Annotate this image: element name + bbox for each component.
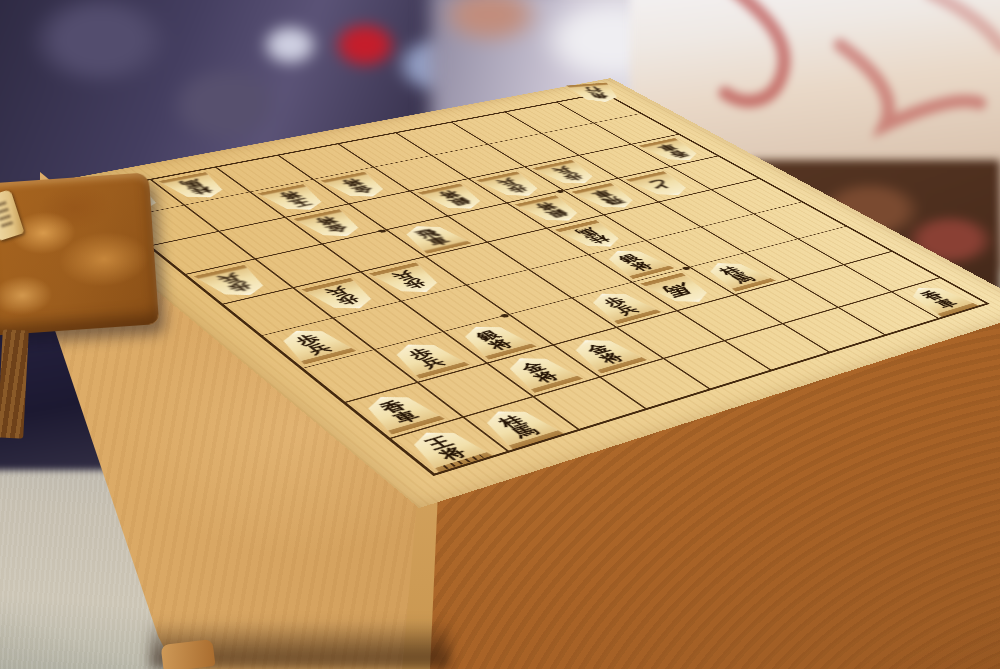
- piece-kanji: 桂馬: [716, 265, 757, 284]
- piece-kanji: 香車: [655, 143, 691, 158]
- shogi-piece-sente-pawn-9f: 歩兵: [269, 324, 357, 365]
- hoshi-dot: [556, 190, 565, 194]
- piece-kanji: と: [644, 178, 679, 191]
- piece-kanji: 歩兵: [550, 166, 587, 182]
- piece-kanji: 銀将: [436, 190, 474, 207]
- shogi-piece-gote-silver-4d: 銀将: [514, 195, 590, 226]
- shogi-piece-sente-gold-7h: 金将: [495, 351, 584, 393]
- shogi-photo-scene: 王将香車桂馬金将金将銀将歩兵歩兵歩兵飛車銀将桂馬香車香車桂馬玉将金将金将銀将歩兵…: [0, 0, 1000, 669]
- hoshi-dot: [377, 229, 387, 233]
- piece-kanji: 歩兵: [405, 346, 449, 369]
- piece-kanji: 金将: [339, 178, 376, 195]
- piece-kanji: 歩兵: [389, 270, 430, 290]
- shogi-piece-sente-lance-9h: 香車: [353, 390, 446, 435]
- piece-kanji: 歩兵: [215, 272, 255, 293]
- piece-kanji: 王将: [422, 435, 469, 462]
- shogi-piece-sente-silver-7g: 銀将: [451, 320, 538, 360]
- shogi-piece-sente-pawn-5g: 歩兵: [579, 288, 662, 325]
- piece-kanji: 歩兵: [292, 333, 335, 356]
- piece-kanji: 金将: [517, 360, 561, 384]
- piece-kanji: 銀将: [473, 329, 516, 351]
- shogi-piece-gote-silver-5c: 銀将: [417, 183, 493, 213]
- piece-kanji: 金将: [583, 342, 627, 365]
- piece-kanji: 角行: [582, 86, 610, 99]
- hoshi-dot: [500, 313, 511, 318]
- piece-kanji: 銀将: [533, 201, 571, 218]
- board-foot: [161, 639, 216, 669]
- shogi-piece-gote-gold-6b: 金将: [320, 172, 396, 202]
- shogi-piece-sente-rook-6d: 飛車: [393, 221, 472, 254]
- shogi-piece-gote-promoted-bishop-4g: 馬: [639, 273, 720, 308]
- piece-kanji: 香車: [918, 290, 960, 310]
- shogi-piece-sente-silver-4f: 銀将: [596, 246, 676, 280]
- piece-kanji: 飛車: [414, 228, 453, 247]
- piece-kanji: 香車: [377, 399, 423, 425]
- komadai-piece-stand: [0, 172, 159, 335]
- shogi-piece-gote-pawn-4c: 歩兵: [475, 171, 550, 200]
- piece-kanji: 歩兵: [494, 177, 531, 194]
- shogi-piece-gote-pawn-9d: 歩兵: [193, 265, 277, 302]
- shogi-piece-gote-knight-8a: 桂馬: [158, 172, 235, 202]
- piece-kanji-smudge: [0, 199, 13, 227]
- piece-kanji: 桂馬: [573, 227, 612, 245]
- shogi-piece-gote-gold-7c: 金将: [292, 209, 371, 241]
- shogi-piece-sente-king-9i: 王将: [398, 425, 493, 473]
- piece-kanji: 桂馬: [178, 178, 215, 195]
- piece-kanji: 飛車: [589, 189, 627, 206]
- shogi-piece-sente-lance-1i: 香車: [899, 282, 979, 317]
- shogi-piece-sente-knight-8i: 桂馬: [472, 404, 565, 450]
- shogi-piece-gote-promoted-pawn-2d: と: [625, 171, 698, 200]
- shogi-piece-gote-pawn-8e: 歩兵: [301, 278, 385, 315]
- piece-kanji: 銀将: [615, 253, 655, 272]
- shogi-piece-gote-pawn-7e: 歩兵: [368, 262, 451, 298]
- piece-kanji: 桂馬: [495, 414, 541, 440]
- piece-kanji: 歩兵: [600, 295, 642, 316]
- shogi-piece-gote-lance-1c: 香車: [638, 138, 709, 165]
- hoshi-dot: [681, 266, 691, 270]
- piece-kanji: 歩兵: [322, 285, 363, 306]
- shogi-piece-sente-pawn-8g: 歩兵: [382, 338, 470, 379]
- shogi-piece-sente-gold-6h: 金将: [561, 334, 648, 374]
- piece-kanji: 玉将: [277, 190, 314, 208]
- shogi-piece-gote-pawn-3c: 歩兵: [532, 160, 605, 188]
- shogi-piece-gote-knight-4e: 桂馬: [554, 220, 632, 252]
- shogi-piece-sente-knight-3g: 桂馬: [697, 258, 777, 292]
- piece-kanji: 馬: [661, 282, 700, 298]
- piece-kanji: 金将: [313, 216, 351, 234]
- shogi-piece-gote-king-7b: 玉将: [257, 184, 334, 215]
- shogi-piece-gote-rook-3d: 飛車: [570, 183, 645, 213]
